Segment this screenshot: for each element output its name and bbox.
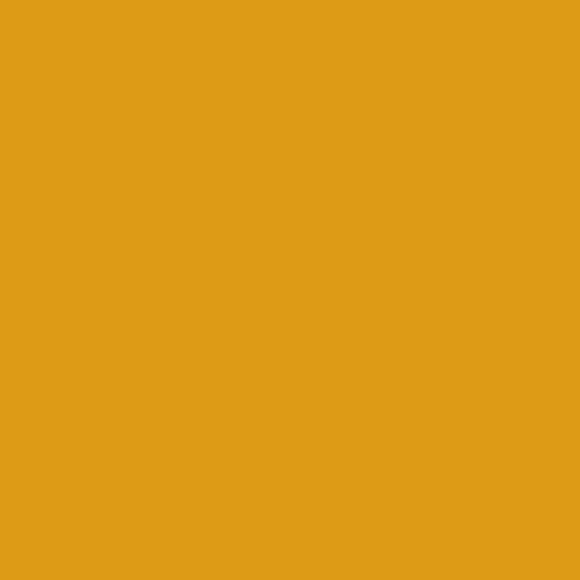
go-board [0, 0, 580, 580]
